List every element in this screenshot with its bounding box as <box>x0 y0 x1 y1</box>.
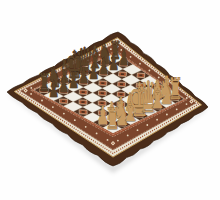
rosette-dot <box>137 129 139 131</box>
inlay-center <box>101 92 104 94</box>
rosette-dot <box>85 126 87 128</box>
inlay-center <box>81 111 84 113</box>
piece-white-rook-a1: ♜ <box>168 72 183 107</box>
piece-black-pawn-a7: ♟ <box>118 44 129 70</box>
piece-black-pawn-c7: ♟ <box>98 53 109 79</box>
inlay-center <box>62 100 65 102</box>
rosette-dot <box>63 113 65 115</box>
rosette-dot <box>176 108 178 110</box>
rosette-dot <box>52 106 54 108</box>
rosette-dot <box>41 100 43 102</box>
corner-rosette-center <box>25 90 26 91</box>
rosette-dot <box>30 87 32 89</box>
rosette-dot <box>130 56 132 58</box>
rosette-dot <box>74 119 76 121</box>
rosette-dot <box>117 140 119 142</box>
inlay-center <box>81 101 84 103</box>
rosette-dot <box>139 63 141 65</box>
rosette-dot <box>127 135 129 137</box>
inlay-center <box>121 73 124 75</box>
piece-black-pawn-b7: ♟ <box>108 48 119 74</box>
piece-black-pawn-d7: ♟ <box>88 58 99 84</box>
piece-black-pawn-f7: ♟ <box>68 67 79 93</box>
inlay-center <box>82 91 85 93</box>
rosette-dot <box>149 70 151 72</box>
chess-board-scene: ♜♞♝♚♛♝♞♜♟♟♟♟♟♟♟♟♟♟♟♟♟♟♟♟♜♞♝♚♛♝♞♜ <box>0 0 220 200</box>
rosette-dot <box>186 103 188 105</box>
rosette-dot <box>30 93 32 95</box>
rosette-dot <box>107 139 109 141</box>
piece-black-pawn-e7: ♟ <box>78 62 89 88</box>
rosette-dot <box>186 97 188 99</box>
corner-rosette-center <box>191 101 192 102</box>
piece-black-pawn-h7: ♟ <box>48 76 59 102</box>
corner-rosette-center <box>112 143 113 144</box>
rosette-dot <box>96 133 98 135</box>
inlay-center <box>101 82 104 84</box>
piece-black-pawn-g7: ♟ <box>58 71 69 97</box>
chess-set-photo: ♜♞♝♚♛♝♞♜♟♟♟♟♟♟♟♟♟♟♟♟♟♟♟♟♜♞♝♚♛♝♞♜ <box>0 0 220 200</box>
